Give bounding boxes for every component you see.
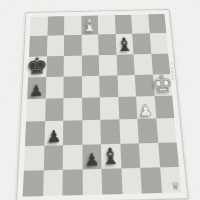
square-g4[interactable]: ♟ [136, 96, 156, 119]
square-f4[interactable] [118, 96, 137, 119]
square-e3[interactable] [100, 120, 120, 144]
square-d2[interactable]: ♟ [82, 144, 102, 169]
square-d7[interactable] [81, 35, 99, 55]
white-bishop-d8[interactable]: ♝ [81, 17, 99, 35]
square-g3[interactable] [137, 119, 157, 143]
black-pawn-a5[interactable]: ♟ [29, 83, 43, 99]
square-a8[interactable] [30, 17, 48, 37]
square-g1[interactable] [140, 167, 161, 193]
square-c3[interactable] [63, 121, 82, 145]
square-a5[interactable]: ♟ [27, 77, 46, 99]
square-g8[interactable] [131, 14, 149, 34]
square-a3[interactable] [25, 121, 45, 145]
square-h8[interactable] [148, 14, 166, 34]
square-d1[interactable] [82, 169, 102, 195]
white-king-h5[interactable]: ♚ [150, 72, 174, 96]
square-a4[interactable] [26, 99, 45, 122]
square-c6[interactable] [64, 55, 82, 76]
square-f6[interactable] [116, 54, 135, 75]
square-c4[interactable] [63, 98, 82, 121]
square-h7[interactable] [149, 33, 168, 53]
black-bishop-f7[interactable]: ♝ [115, 36, 134, 55]
board-corner-crown-logo: ♛ [171, 181, 181, 192]
square-b8[interactable] [47, 16, 64, 36]
square-e7[interactable] [98, 34, 116, 54]
chess-board: ♝♝♚♟♚♟♟♟♝ Chess ♛ [16, 9, 189, 200]
square-b5[interactable] [45, 76, 63, 98]
square-e2[interactable]: ♝ [101, 143, 121, 168]
square-f2[interactable] [120, 143, 140, 168]
square-e4[interactable] [100, 97, 119, 120]
square-e8[interactable] [98, 15, 116, 35]
square-f5[interactable] [117, 75, 136, 97]
black-pawn-b3[interactable]: ♟ [46, 128, 61, 145]
chessboard-photo: ♝♝♚♟♚♟♟♟♝ Chess ♛ [0, 0, 200, 200]
square-a1[interactable] [23, 170, 44, 197]
square-f3[interactable] [119, 119, 139, 143]
square-e1[interactable] [102, 168, 122, 194]
square-c8[interactable] [64, 16, 81, 36]
board-squares-grid: ♝♝♚♟♚♟♟♟♝ [23, 14, 182, 197]
square-e5[interactable] [99, 75, 118, 97]
black-king-a6[interactable]: ♚ [27, 54, 49, 78]
square-f7[interactable]: ♝ [115, 34, 133, 54]
square-b6[interactable] [46, 56, 64, 77]
white-pawn-g4[interactable]: ♟ [138, 103, 154, 120]
square-c2[interactable] [63, 144, 82, 169]
square-f8[interactable] [114, 15, 132, 35]
square-g7[interactable] [132, 34, 151, 54]
square-b2[interactable] [43, 145, 63, 170]
square-b4[interactable] [45, 98, 64, 121]
square-c5[interactable] [63, 76, 81, 98]
square-b3[interactable]: ♟ [44, 121, 63, 145]
square-c7[interactable] [64, 35, 81, 55]
square-b1[interactable] [43, 170, 63, 197]
square-h4[interactable] [154, 96, 174, 119]
square-h3[interactable] [156, 118, 177, 142]
square-d3[interactable] [82, 120, 101, 144]
black-pawn-d2[interactable]: ♟ [84, 151, 100, 169]
square-h5[interactable]: ♚ [152, 74, 172, 96]
black-bishop-e2[interactable]: ♝ [100, 145, 121, 169]
square-d6[interactable] [81, 55, 99, 76]
square-a2[interactable] [24, 145, 44, 170]
square-e6[interactable] [99, 54, 117, 75]
square-h2[interactable] [158, 142, 179, 167]
square-b7[interactable] [46, 35, 64, 55]
square-d4[interactable] [82, 97, 101, 120]
square-g2[interactable] [139, 142, 160, 167]
board-perspective-scene: ♝♝♚♟♚♟♟♟♝ Chess ♛ [20, 0, 180, 196]
square-f1[interactable] [121, 168, 142, 194]
square-c1[interactable] [62, 169, 82, 196]
square-d8[interactable]: ♝ [81, 15, 98, 35]
square-a6[interactable]: ♚ [28, 56, 46, 77]
square-d5[interactable] [81, 76, 99, 98]
